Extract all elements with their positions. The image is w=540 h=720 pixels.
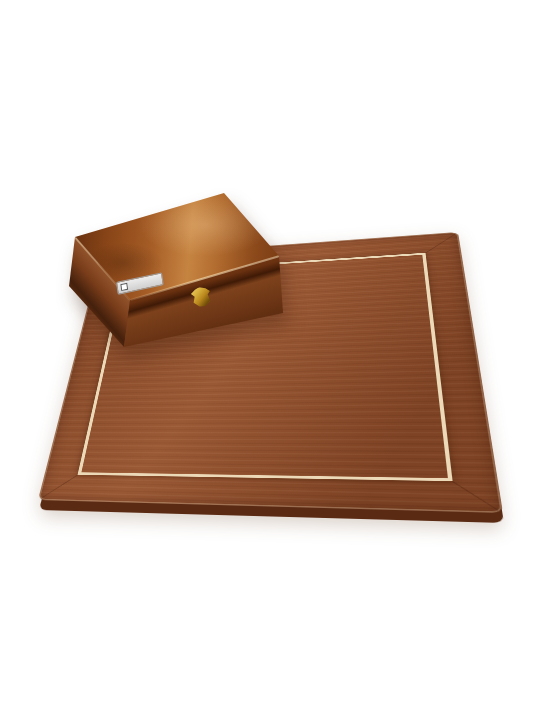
chess-pieces-box <box>0 0 540 720</box>
product-photo <box>0 0 540 720</box>
square-logo-icon <box>120 283 128 291</box>
